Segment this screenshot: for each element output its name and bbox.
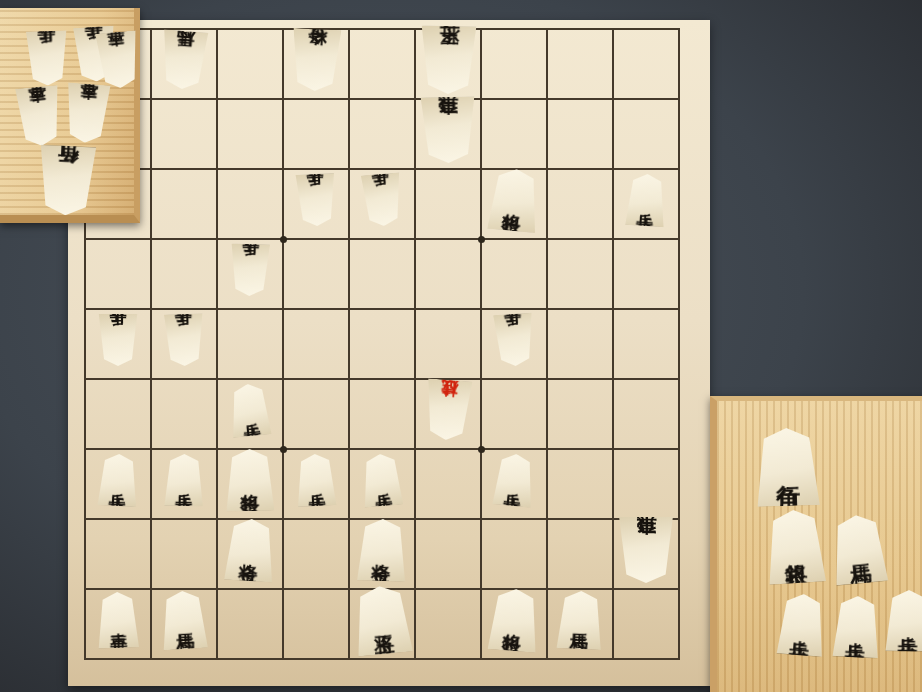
square-4d[interactable] — [416, 240, 482, 310]
square-3d[interactable] — [482, 240, 548, 310]
piece-kanji: 角行 — [57, 181, 78, 182]
piece-kanji: 歩兵 — [242, 409, 259, 411]
square-8b[interactable] — [152, 100, 218, 170]
square-7e[interactable] — [218, 310, 284, 380]
square-8f[interactable] — [152, 380, 218, 450]
square-7a[interactable] — [218, 30, 284, 100]
piece-kanji: 香車 — [110, 620, 127, 621]
piece-kanji: 桂馬 — [571, 620, 589, 621]
square-9f[interactable] — [86, 380, 152, 450]
square-1f[interactable] — [614, 380, 680, 450]
square-6i[interactable] — [284, 590, 350, 660]
piece-kanji: 桂馬 — [849, 548, 870, 550]
piece-kanji: 歩兵 — [110, 480, 127, 481]
square-2h[interactable] — [548, 520, 614, 590]
square-6e[interactable] — [284, 310, 350, 380]
shogi-piece-hand-sente-silver[interactable]: 銀将 — [763, 509, 826, 586]
square-3a[interactable] — [482, 30, 548, 100]
piece-kanji: 香車 — [78, 112, 96, 113]
square-3f[interactable] — [482, 380, 548, 450]
square-6d[interactable] — [284, 240, 350, 310]
sente-captured-piece-stand: 角行銀将桂馬歩兵歩兵歩兵 — [710, 396, 922, 692]
square-5a[interactable] — [350, 30, 416, 100]
piece-kanji: 玉将 — [372, 619, 392, 621]
square-5d[interactable] — [350, 240, 416, 310]
shogi-piece-hand-gote-bishop[interactable]: 角行 — [37, 145, 98, 217]
shogi-piece-1h-gote-rook[interactable]: 飛車 — [618, 517, 674, 583]
shogi-piece-hand-sente-knight[interactable]: 桂馬 — [829, 512, 889, 585]
shogi-board: 香車桂馬金将王将飛車歩兵歩兵銀将歩兵歩兵歩兵歩兵歩兵歩兵成桂歩兵歩兵銀将歩兵歩兵… — [68, 20, 710, 686]
piece-kanji: 香車 — [110, 59, 127, 61]
square-6f[interactable] — [284, 380, 350, 450]
square-2b[interactable] — [548, 100, 614, 170]
piece-kanji: 金将 — [373, 550, 392, 551]
piece-kanji: 歩兵 — [638, 199, 655, 200]
piece-kanji: 銀将 — [505, 199, 524, 201]
shogi-piece-hand-gote-lance[interactable]: 香車 — [63, 82, 112, 144]
piece-kanji: 歩兵 — [506, 479, 523, 481]
square-3h[interactable] — [482, 520, 548, 590]
piece-kanji: 角行 — [775, 467, 799, 468]
square-5b[interactable] — [350, 100, 416, 170]
square-1b[interactable] — [614, 100, 680, 170]
piece-kanji: 桂馬 — [175, 619, 193, 620]
piece-kanji: 銀将 — [784, 546, 806, 547]
table-carpet: { "game": "shogi", "scene": "Overhead ph… — [0, 0, 922, 692]
square-1a[interactable] — [614, 30, 680, 100]
square-2g[interactable] — [548, 450, 614, 520]
piece-kanji: 歩兵 — [374, 199, 391, 200]
piece-kanji: 金将 — [307, 60, 326, 61]
square-5f[interactable] — [350, 380, 416, 450]
square-4h[interactable] — [416, 520, 482, 590]
shogi-piece-hand-sente-bishop[interactable]: 角行 — [753, 427, 820, 507]
piece-kanji: 歩兵 — [242, 270, 259, 271]
square-7i[interactable] — [218, 590, 284, 660]
square-8h[interactable] — [152, 520, 218, 590]
square-2e[interactable] — [548, 310, 614, 380]
piece-kanji: 成桂 — [440, 409, 457, 410]
square-3b[interactable] — [482, 100, 548, 170]
shogi-piece-hand-gote-pawn[interactable]: 歩兵 — [25, 30, 69, 86]
piece-kanji: 金将 — [241, 549, 260, 550]
piece-kanji: 歩兵 — [374, 479, 391, 480]
piece-kanji: 香車 — [30, 115, 48, 117]
square-2d[interactable] — [548, 240, 614, 310]
piece-kanji: 歩兵 — [792, 624, 812, 626]
square-9d[interactable] — [86, 240, 152, 310]
piece-kanji: 銀将 — [505, 619, 524, 620]
square-1i[interactable] — [614, 590, 680, 660]
square-6h[interactable] — [284, 520, 350, 590]
square-5e[interactable] — [350, 310, 416, 380]
shogi-piece-hand-sente-pawn[interactable]: 歩兵 — [832, 595, 882, 659]
shogi-piece-9e-gote-pawn[interactable]: 歩兵 — [98, 314, 138, 366]
square-4i[interactable] — [416, 590, 482, 660]
piece-kanji: 歩兵 — [176, 340, 193, 341]
piece-kanji: 桂馬 — [175, 59, 193, 60]
piece-kanji: 歩兵 — [38, 58, 56, 59]
square-7b[interactable] — [218, 100, 284, 170]
shogi-piece-hand-sente-pawn[interactable]: 歩兵 — [776, 593, 828, 658]
square-2a[interactable] — [548, 30, 614, 100]
square-1e[interactable] — [614, 310, 680, 380]
square-2f[interactable] — [548, 380, 614, 450]
square-8c[interactable] — [152, 170, 218, 240]
square-6b[interactable] — [284, 100, 350, 170]
square-4g[interactable] — [416, 450, 482, 520]
piece-kanji: 歩兵 — [308, 480, 325, 481]
square-1d[interactable] — [614, 240, 680, 310]
square-8d[interactable] — [152, 240, 218, 310]
shogi-piece-hand-sente-pawn[interactable]: 歩兵 — [885, 590, 922, 652]
square-7c[interactable] — [218, 170, 284, 240]
square-4c[interactable] — [416, 170, 482, 240]
square-9h[interactable] — [86, 520, 152, 590]
piece-kanji: 歩兵 — [506, 339, 523, 340]
piece-kanji: 歩兵 — [847, 627, 867, 628]
square-1g[interactable] — [614, 450, 680, 520]
shogi-piece-hand-gote-lance[interactable]: 香車 — [14, 85, 63, 148]
square-2c[interactable] — [548, 170, 614, 240]
piece-kanji: 歩兵 — [308, 200, 325, 201]
square-4e[interactable] — [416, 310, 482, 380]
